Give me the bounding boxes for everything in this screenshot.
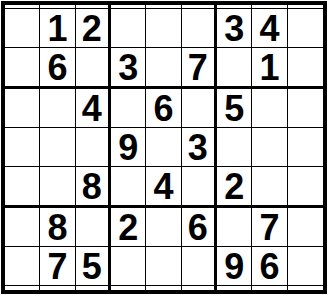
cell-digit: 8 [82,167,102,205]
cell-r7c4[interactable]: 2 [111,208,146,247]
cell-r4c4[interactable] [111,89,146,128]
cell-r8c3[interactable]: 5 [76,247,111,286]
cell-r6c7[interactable]: 2 [217,167,252,208]
cell-r6c8[interactable] [252,167,287,208]
cell-r8c5[interactable] [146,247,181,286]
cell-r9c6[interactable] [182,286,217,290]
cell-r9c4[interactable] [111,286,146,290]
cell-digit: 1 [259,48,279,86]
cell-digit: 2 [118,208,138,246]
cell-r3c2[interactable]: 6 [40,48,75,89]
cell-r3c3[interactable] [76,48,111,89]
cell-digit: 1 [47,9,67,47]
cell-r8c7[interactable]: 9 [217,247,252,286]
cell-r3c4[interactable]: 3 [111,48,146,89]
cell-r6c2[interactable] [40,167,75,208]
cell-r5c9[interactable] [288,128,323,167]
cell-digit: 4 [153,167,173,205]
cell-r9c8[interactable] [252,286,287,290]
cell-r2c5[interactable] [146,9,181,48]
cell-r9c2[interactable] [40,286,75,290]
sudoku-board: 123463714659384282677596 [1,1,327,294]
cell-digit: 6 [153,89,173,127]
cell-r4c1[interactable] [5,89,40,128]
cell-r4c2[interactable] [40,89,75,128]
cell-digit: 7 [47,247,67,285]
cell-r6c6[interactable] [182,167,217,208]
cell-r4c8[interactable] [252,89,287,128]
cell-r8c1[interactable] [5,247,40,286]
cell-r3c8[interactable]: 1 [252,48,287,89]
cell-r8c2[interactable]: 7 [40,247,75,286]
sudoku-page: 123463714659384282677596 [0,0,328,295]
cell-digit: 8 [47,208,67,246]
cell-r7c6[interactable]: 6 [182,208,217,247]
cell-digit: 5 [224,89,244,127]
cell-r2c9[interactable] [288,9,323,48]
cell-r5c5[interactable] [146,128,181,167]
cell-r5c3[interactable] [76,128,111,167]
cell-r8c8[interactable]: 6 [252,247,287,286]
cell-r7c1[interactable] [5,208,40,247]
cell-r5c8[interactable] [252,128,287,167]
cell-r4c7[interactable]: 5 [217,89,252,128]
cell-r5c7[interactable] [217,128,252,167]
cell-r3c7[interactable] [217,48,252,89]
cell-digit: 4 [259,9,279,47]
cell-r5c4[interactable]: 9 [111,128,146,167]
cell-digit: 9 [118,128,138,166]
cell-r5c2[interactable] [40,128,75,167]
cell-r5c6[interactable]: 3 [182,128,217,167]
cell-r8c9[interactable] [288,247,323,286]
cell-r3c5[interactable] [146,48,181,89]
cell-digit: 3 [188,128,208,166]
cell-r2c3[interactable]: 2 [76,9,111,48]
cell-digit: 9 [224,247,244,285]
cell-digit: 6 [188,208,208,246]
cell-r9c5[interactable] [146,286,181,290]
cell-r6c4[interactable] [111,167,146,208]
cell-r6c1[interactable] [5,167,40,208]
cell-r4c3[interactable]: 4 [76,89,111,128]
cell-r4c5[interactable]: 6 [146,89,181,128]
cell-r4c9[interactable] [288,89,323,128]
cell-r7c9[interactable] [288,208,323,247]
cell-digit: 2 [82,9,102,47]
cell-r6c3[interactable]: 8 [76,167,111,208]
cell-r7c2[interactable]: 8 [40,208,75,247]
cell-r3c9[interactable] [288,48,323,89]
cell-digit: 7 [259,208,279,246]
cell-r2c6[interactable] [182,9,217,48]
cell-r6c5[interactable]: 4 [146,167,181,208]
cell-r3c6[interactable]: 7 [182,48,217,89]
cell-digit: 3 [224,9,244,47]
cell-r9c1[interactable] [5,286,40,290]
cell-r7c3[interactable] [76,208,111,247]
cell-r2c7[interactable]: 3 [217,9,252,48]
cell-r9c7[interactable] [217,286,252,290]
cell-digit: 7 [188,48,208,86]
cell-digit: 3 [118,48,138,86]
cell-r7c8[interactable]: 7 [252,208,287,247]
cell-r8c6[interactable] [182,247,217,286]
cell-digit: 5 [82,247,102,285]
cell-r2c2[interactable]: 1 [40,9,75,48]
cell-r4c6[interactable] [182,89,217,128]
cell-r2c1[interactable] [5,9,40,48]
cell-digit: 6 [259,247,279,285]
cell-r9c9[interactable] [288,286,323,290]
cell-r7c7[interactable] [217,208,252,247]
cell-r6c9[interactable] [288,167,323,208]
cell-digit: 2 [224,167,244,205]
cell-r9c3[interactable] [76,286,111,290]
cell-r2c8[interactable]: 4 [252,9,287,48]
cell-r3c1[interactable] [5,48,40,89]
cell-r8c4[interactable] [111,247,146,286]
cell-r7c5[interactable] [146,208,181,247]
cell-r5c1[interactable] [5,128,40,167]
cell-r2c4[interactable] [111,9,146,48]
cell-digit: 6 [47,48,67,86]
cell-digit: 4 [82,89,102,127]
